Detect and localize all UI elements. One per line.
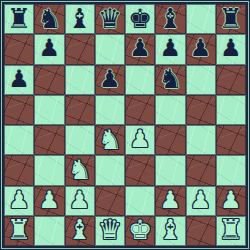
piece-black-pawn: ♟ <box>190 36 212 60</box>
square-h5[interactable] <box>216 95 246 125</box>
square-d5[interactable] <box>95 95 125 125</box>
square-a5[interactable] <box>4 95 34 125</box>
square-a6[interactable]: ♟ <box>4 65 34 95</box>
piece-black-king: ♚ <box>128 5 152 32</box>
board-frame: ♜♞♝♛♚♝♜♟♟♟♟♟♟♟♞♞♟♞♟♟♟♟♟♟♜♝♛♚♝♜ <box>0 0 250 250</box>
square-h7[interactable]: ♟ <box>216 34 246 64</box>
square-b8[interactable]: ♞ <box>34 4 64 34</box>
square-a8[interactable]: ♜ <box>4 4 34 34</box>
piece-white-pawn: ♟ <box>160 188 182 212</box>
square-f3[interactable] <box>155 155 185 185</box>
piece-black-knight: ♞ <box>158 65 182 92</box>
square-g8[interactable] <box>186 4 216 34</box>
square-b3[interactable] <box>34 155 64 185</box>
square-c7[interactable] <box>65 34 95 64</box>
square-d8[interactable]: ♛ <box>95 4 125 34</box>
piece-black-bishop: ♝ <box>158 5 182 32</box>
piece-white-pawn: ♟ <box>8 188 30 212</box>
piece-white-pawn: ♟ <box>190 188 212 212</box>
square-g4[interactable] <box>186 125 216 155</box>
piece-black-pawn: ♟ <box>39 36 61 60</box>
square-a4[interactable] <box>4 125 34 155</box>
square-b1[interactable] <box>34 216 64 246</box>
piece-white-pawn: ♟ <box>129 127 151 151</box>
square-e1[interactable]: ♚ <box>125 216 155 246</box>
piece-black-queen: ♛ <box>98 5 122 32</box>
piece-black-rook: ♜ <box>7 5 31 32</box>
square-d4[interactable]: ♞ <box>95 125 125 155</box>
piece-white-pawn: ♟ <box>39 188 61 212</box>
square-f5[interactable] <box>155 95 185 125</box>
square-d6[interactable]: ♟ <box>95 65 125 95</box>
square-e4[interactable]: ♟ <box>125 125 155 155</box>
square-h3[interactable] <box>216 155 246 185</box>
piece-white-pawn: ♟ <box>220 188 242 212</box>
square-e2[interactable] <box>125 186 155 216</box>
square-f1[interactable]: ♝ <box>155 216 185 246</box>
piece-white-bishop: ♝ <box>158 216 182 243</box>
square-g5[interactable] <box>186 95 216 125</box>
square-g1[interactable] <box>186 216 216 246</box>
square-c2[interactable]: ♟ <box>65 186 95 216</box>
square-b7[interactable]: ♟ <box>34 34 64 64</box>
square-e5[interactable] <box>125 95 155 125</box>
piece-black-pawn: ♟ <box>99 67 121 91</box>
square-e6[interactable] <box>125 65 155 95</box>
piece-white-bishop: ♝ <box>68 216 92 243</box>
piece-black-pawn: ♟ <box>160 36 182 60</box>
square-h1[interactable]: ♜ <box>216 216 246 246</box>
square-f6[interactable]: ♞ <box>155 65 185 95</box>
piece-white-rook: ♜ <box>7 216 31 243</box>
square-c5[interactable] <box>65 95 95 125</box>
square-g3[interactable] <box>186 155 216 185</box>
piece-white-knight: ♞ <box>98 126 122 153</box>
square-g7[interactable]: ♟ <box>186 34 216 64</box>
square-c4[interactable] <box>65 125 95 155</box>
square-a3[interactable] <box>4 155 34 185</box>
square-a2[interactable]: ♟ <box>4 186 34 216</box>
square-c3[interactable]: ♞ <box>65 155 95 185</box>
square-b4[interactable] <box>34 125 64 155</box>
square-d7[interactable] <box>95 34 125 64</box>
square-e3[interactable] <box>125 155 155 185</box>
square-h8[interactable]: ♜ <box>216 4 246 34</box>
square-a7[interactable] <box>4 34 34 64</box>
piece-black-bishop: ♝ <box>68 5 92 32</box>
square-c6[interactable] <box>65 65 95 95</box>
square-f8[interactable]: ♝ <box>155 4 185 34</box>
square-f2[interactable]: ♟ <box>155 186 185 216</box>
square-e7[interactable]: ♟ <box>125 34 155 64</box>
square-h6[interactable] <box>216 65 246 95</box>
square-g6[interactable] <box>186 65 216 95</box>
chess-board: ♜♞♝♛♚♝♜♟♟♟♟♟♟♟♞♞♟♞♟♟♟♟♟♟♜♝♛♚♝♜ <box>4 4 246 246</box>
piece-black-pawn: ♟ <box>8 67 30 91</box>
square-h2[interactable]: ♟ <box>216 186 246 216</box>
square-d2[interactable] <box>95 186 125 216</box>
square-h4[interactable] <box>216 125 246 155</box>
piece-black-pawn: ♟ <box>129 36 151 60</box>
square-d3[interactable] <box>95 155 125 185</box>
piece-white-king: ♚ <box>128 216 152 243</box>
square-b5[interactable] <box>34 95 64 125</box>
square-c1[interactable]: ♝ <box>65 216 95 246</box>
piece-black-pawn: ♟ <box>220 36 242 60</box>
square-f4[interactable] <box>155 125 185 155</box>
square-d1[interactable]: ♛ <box>95 216 125 246</box>
square-a1[interactable]: ♜ <box>4 216 34 246</box>
square-e8[interactable]: ♚ <box>125 4 155 34</box>
piece-white-queen: ♛ <box>98 216 122 243</box>
piece-black-knight: ♞ <box>37 5 61 32</box>
square-g2[interactable]: ♟ <box>186 186 216 216</box>
piece-white-pawn: ♟ <box>69 188 91 212</box>
piece-white-knight: ♞ <box>68 156 92 183</box>
square-b6[interactable] <box>34 65 64 95</box>
piece-black-rook: ♜ <box>219 5 243 32</box>
square-c8[interactable]: ♝ <box>65 4 95 34</box>
piece-white-rook: ♜ <box>219 216 243 243</box>
square-f7[interactable]: ♟ <box>155 34 185 64</box>
square-b2[interactable]: ♟ <box>34 186 64 216</box>
